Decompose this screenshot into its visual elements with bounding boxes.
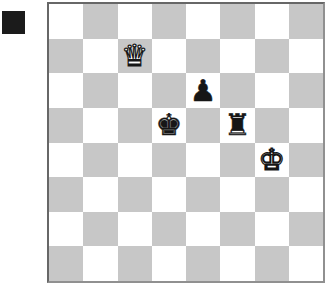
square-a8[interactable]	[49, 4, 83, 39]
square-e3[interactable]	[186, 177, 220, 212]
square-f3[interactable]	[220, 177, 254, 212]
square-e6[interactable]: ♟	[186, 73, 220, 108]
square-c7[interactable]: ♛	[118, 39, 152, 74]
square-h3[interactable]	[289, 177, 323, 212]
square-d8[interactable]	[152, 4, 186, 39]
square-c6[interactable]	[118, 73, 152, 108]
square-b6[interactable]	[83, 73, 117, 108]
chess-board: ♛♟♚♜♚	[47, 2, 325, 283]
square-g2[interactable]	[255, 212, 289, 247]
square-a5[interactable]	[49, 108, 83, 143]
black-to-move-indicator	[2, 11, 25, 34]
square-b4[interactable]	[83, 143, 117, 178]
square-d2[interactable]	[152, 212, 186, 247]
square-b2[interactable]	[83, 212, 117, 247]
square-c5[interactable]	[118, 108, 152, 143]
square-b7[interactable]	[83, 39, 117, 74]
square-f5[interactable]: ♜	[220, 108, 254, 143]
square-h5[interactable]	[289, 108, 323, 143]
white-king-icon[interactable]: ♚	[258, 145, 285, 175]
square-f8[interactable]	[220, 4, 254, 39]
square-e2[interactable]	[186, 212, 220, 247]
white-queen-icon[interactable]: ♛	[121, 41, 148, 71]
square-c3[interactable]	[118, 177, 152, 212]
square-g3[interactable]	[255, 177, 289, 212]
square-f7[interactable]	[220, 39, 254, 74]
square-g7[interactable]	[255, 39, 289, 74]
square-d7[interactable]	[152, 39, 186, 74]
square-e5[interactable]	[186, 108, 220, 143]
square-h1[interactable]	[289, 246, 323, 281]
square-g6[interactable]	[255, 73, 289, 108]
square-e4[interactable]	[186, 143, 220, 178]
square-f2[interactable]	[220, 212, 254, 247]
square-a4[interactable]	[49, 143, 83, 178]
square-f6[interactable]	[220, 73, 254, 108]
square-h6[interactable]	[289, 73, 323, 108]
square-d4[interactable]	[152, 143, 186, 178]
square-h2[interactable]	[289, 212, 323, 247]
chess-diagram: ♛♟♚♜♚	[0, 0, 328, 285]
square-c1[interactable]	[118, 246, 152, 281]
square-b8[interactable]	[83, 4, 117, 39]
black-king-icon[interactable]: ♚	[155, 110, 182, 140]
square-d3[interactable]	[152, 177, 186, 212]
square-h4[interactable]	[289, 143, 323, 178]
square-a6[interactable]	[49, 73, 83, 108]
square-a1[interactable]	[49, 246, 83, 281]
square-f1[interactable]	[220, 246, 254, 281]
square-b1[interactable]	[83, 246, 117, 281]
square-a2[interactable]	[49, 212, 83, 247]
square-c2[interactable]	[118, 212, 152, 247]
square-g5[interactable]	[255, 108, 289, 143]
square-f4[interactable]	[220, 143, 254, 178]
black-pawn-icon[interactable]: ♟	[190, 76, 217, 106]
square-e7[interactable]	[186, 39, 220, 74]
square-b5[interactable]	[83, 108, 117, 143]
square-c4[interactable]	[118, 143, 152, 178]
square-e8[interactable]	[186, 4, 220, 39]
square-a3[interactable]	[49, 177, 83, 212]
square-e1[interactable]	[186, 246, 220, 281]
square-g1[interactable]	[255, 246, 289, 281]
square-c8[interactable]	[118, 4, 152, 39]
square-g4[interactable]: ♚	[255, 143, 289, 178]
square-b3[interactable]	[83, 177, 117, 212]
square-h8[interactable]	[289, 4, 323, 39]
square-g8[interactable]	[255, 4, 289, 39]
square-d6[interactable]	[152, 73, 186, 108]
black-rook-icon[interactable]: ♜	[224, 110, 251, 140]
square-a7[interactable]	[49, 39, 83, 74]
square-d1[interactable]	[152, 246, 186, 281]
square-d5[interactable]: ♚	[152, 108, 186, 143]
square-h7[interactable]	[289, 39, 323, 74]
